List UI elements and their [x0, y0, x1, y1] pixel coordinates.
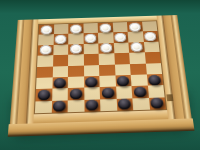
square-e6[interactable]: [98, 43, 114, 54]
square-h7[interactable]: [142, 31, 158, 42]
square-e1[interactable]: [100, 99, 117, 112]
square-g7[interactable]: [128, 32, 144, 43]
square-h6[interactable]: [143, 41, 159, 52]
square-g4[interactable]: [130, 63, 146, 75]
white-man-f7[interactable]: [115, 33, 127, 42]
playing-surface: [33, 16, 168, 124]
square-g5[interactable]: [129, 52, 145, 63]
black-man-a2[interactable]: [37, 89, 50, 100]
square-f7[interactable]: [113, 32, 129, 43]
square-a6[interactable]: [38, 45, 54, 56]
square-b5[interactable]: [53, 55, 69, 66]
square-f6[interactable]: [113, 42, 129, 53]
board-grid: [34, 20, 167, 114]
square-e4[interactable]: [99, 64, 115, 76]
square-b8[interactable]: [53, 24, 68, 34]
square-b4[interactable]: [52, 66, 68, 78]
checkers-board-box: [10, 15, 192, 124]
square-c7[interactable]: [68, 34, 83, 45]
square-h3[interactable]: [146, 74, 163, 86]
black-man-c2[interactable]: [70, 88, 82, 99]
white-man-g6[interactable]: [130, 43, 142, 53]
square-d2[interactable]: [84, 87, 100, 99]
black-man-g2[interactable]: [133, 86, 146, 97]
square-c4[interactable]: [68, 65, 84, 77]
white-man-c8[interactable]: [70, 24, 81, 33]
square-f5[interactable]: [114, 53, 130, 64]
square-d5[interactable]: [83, 54, 99, 65]
square-g2[interactable]: [131, 86, 148, 98]
square-h1[interactable]: [148, 97, 165, 110]
square-c1[interactable]: [68, 100, 84, 113]
black-man-d1[interactable]: [86, 100, 99, 111]
black-man-f3[interactable]: [117, 76, 130, 87]
square-e5[interactable]: [99, 53, 115, 64]
square-g8[interactable]: [127, 22, 143, 32]
square-c8[interactable]: [68, 24, 83, 34]
black-man-b3[interactable]: [54, 77, 66, 88]
square-g3[interactable]: [131, 74, 148, 86]
square-e2[interactable]: [100, 87, 117, 99]
black-man-b1[interactable]: [53, 101, 66, 112]
square-b1[interactable]: [51, 100, 67, 113]
square-c6[interactable]: [68, 44, 83, 55]
square-d7[interactable]: [83, 33, 98, 44]
square-a3[interactable]: [36, 77, 52, 89]
square-h5[interactable]: [144, 52, 160, 63]
black-man-h1[interactable]: [150, 98, 164, 109]
white-man-e6[interactable]: [100, 43, 112, 53]
square-f4[interactable]: [114, 64, 130, 76]
tray-notch: [166, 94, 173, 101]
white-man-h7[interactable]: [144, 32, 156, 41]
square-a8[interactable]: [39, 24, 54, 34]
square-b2[interactable]: [52, 88, 68, 100]
square-a2[interactable]: [35, 89, 51, 101]
black-man-f1[interactable]: [118, 99, 131, 110]
square-a4[interactable]: [37, 66, 53, 78]
square-a7[interactable]: [38, 34, 53, 45]
black-man-e2[interactable]: [101, 87, 114, 98]
square-g1[interactable]: [132, 98, 149, 111]
black-man-h3[interactable]: [148, 75, 161, 86]
white-man-a8[interactable]: [40, 25, 52, 34]
square-g6[interactable]: [128, 42, 144, 53]
white-man-a6[interactable]: [39, 45, 51, 55]
square-f8[interactable]: [112, 22, 127, 32]
square-c5[interactable]: [68, 54, 83, 65]
square-e3[interactable]: [99, 75, 115, 87]
square-a1[interactable]: [35, 101, 52, 114]
square-e8[interactable]: [98, 23, 113, 33]
square-c2[interactable]: [68, 88, 84, 100]
square-c3[interactable]: [68, 76, 84, 88]
square-h8[interactable]: [142, 21, 158, 31]
white-man-b7[interactable]: [55, 35, 67, 44]
square-d1[interactable]: [84, 99, 101, 112]
square-e7[interactable]: [98, 33, 113, 44]
square-h2[interactable]: [147, 85, 164, 97]
white-man-c6[interactable]: [70, 44, 82, 54]
square-d6[interactable]: [83, 43, 98, 54]
black-man-d3[interactable]: [85, 76, 97, 87]
square-b6[interactable]: [53, 44, 68, 55]
square-b3[interactable]: [52, 77, 68, 89]
square-f3[interactable]: [115, 75, 131, 87]
white-man-d7[interactable]: [85, 34, 97, 43]
square-f1[interactable]: [116, 98, 133, 111]
square-a5[interactable]: [37, 55, 53, 66]
green-felt-background: [0, 0, 200, 150]
square-b7[interactable]: [53, 34, 68, 45]
square-d3[interactable]: [84, 76, 100, 88]
square-f2[interactable]: [116, 86, 133, 98]
square-d4[interactable]: [83, 65, 99, 77]
white-man-g8[interactable]: [129, 22, 141, 31]
square-d8[interactable]: [83, 23, 98, 33]
square-h4[interactable]: [145, 63, 162, 75]
white-man-e8[interactable]: [99, 23, 111, 32]
